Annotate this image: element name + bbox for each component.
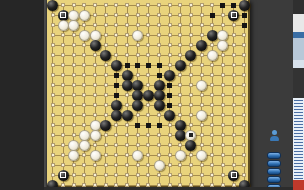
tool-button-1[interactable] xyxy=(267,152,281,159)
white-stone[interactable] xyxy=(79,140,90,151)
empty-point[interactable] xyxy=(82,123,86,127)
empty-point[interactable] xyxy=(189,113,193,117)
empty-point[interactable] xyxy=(51,103,55,107)
empty-point[interactable] xyxy=(178,3,182,7)
empty-point[interactable] xyxy=(82,53,86,57)
empty-point[interactable] xyxy=(210,143,214,147)
empty-point[interactable] xyxy=(51,63,55,67)
empty-point[interactable] xyxy=(93,23,97,27)
empty-point[interactable] xyxy=(168,23,172,27)
empty-point[interactable] xyxy=(189,13,193,17)
empty-point[interactable] xyxy=(189,73,193,77)
empty-point[interactable] xyxy=(72,53,76,57)
empty-point[interactable] xyxy=(232,143,236,147)
empty-point[interactable] xyxy=(178,103,182,107)
empty-point[interactable] xyxy=(146,173,150,177)
empty-point[interactable] xyxy=(242,173,246,177)
empty-point[interactable] xyxy=(210,3,214,7)
empty-point[interactable] xyxy=(93,93,97,97)
empty-point[interactable] xyxy=(200,123,204,127)
empty-point[interactable] xyxy=(51,93,55,97)
white-stone[interactable] xyxy=(196,110,207,121)
white-stone[interactable] xyxy=(79,130,90,141)
empty-point[interactable] xyxy=(157,173,161,177)
empty-point[interactable] xyxy=(210,163,214,167)
empty-point[interactable] xyxy=(221,53,225,57)
empty-point[interactable] xyxy=(72,123,76,127)
empty-point[interactable] xyxy=(72,33,76,37)
empty-point[interactable] xyxy=(178,53,182,57)
empty-point[interactable] xyxy=(114,53,118,57)
empty-point[interactable] xyxy=(210,123,214,127)
empty-point[interactable] xyxy=(221,13,225,17)
empty-point[interactable] xyxy=(82,173,86,177)
empty-point[interactable] xyxy=(232,163,236,167)
tool-button-2[interactable] xyxy=(267,160,281,167)
empty-point[interactable] xyxy=(157,43,161,47)
black-stone[interactable] xyxy=(175,60,186,71)
empty-point[interactable] xyxy=(104,83,108,87)
white-stone[interactable] xyxy=(79,30,90,41)
empty-point[interactable] xyxy=(104,173,108,177)
empty-point[interactable] xyxy=(210,133,214,137)
empty-point[interactable] xyxy=(136,173,140,177)
empty-point[interactable] xyxy=(61,103,65,107)
empty-point[interactable] xyxy=(242,163,246,167)
empty-point[interactable] xyxy=(51,33,55,37)
empty-point[interactable] xyxy=(61,153,65,157)
empty-point[interactable] xyxy=(242,83,246,87)
empty-point[interactable] xyxy=(157,153,161,157)
empty-point[interactable] xyxy=(146,23,150,27)
black-stone[interactable] xyxy=(154,90,165,101)
empty-point[interactable] xyxy=(146,53,150,57)
empty-point[interactable] xyxy=(93,13,97,17)
black-stone[interactable] xyxy=(47,0,58,11)
black-stone[interactable] xyxy=(132,100,143,111)
empty-point[interactable] xyxy=(232,63,236,67)
empty-point[interactable] xyxy=(146,13,150,17)
empty-point[interactable] xyxy=(93,53,97,57)
empty-point[interactable] xyxy=(136,43,140,47)
white-stone[interactable] xyxy=(90,150,101,161)
empty-point[interactable] xyxy=(114,123,118,127)
empty-point[interactable] xyxy=(242,93,246,97)
empty-point[interactable] xyxy=(232,83,236,87)
empty-point[interactable] xyxy=(210,113,214,117)
empty-point[interactable] xyxy=(51,53,55,57)
empty-point[interactable] xyxy=(242,63,246,67)
black-stone[interactable] xyxy=(196,40,207,51)
empty-point[interactable] xyxy=(104,73,108,77)
empty-point[interactable] xyxy=(242,123,246,127)
empty-point[interactable] xyxy=(232,23,236,27)
black-stone[interactable] xyxy=(228,170,239,181)
white-stone[interactable] xyxy=(217,40,228,51)
white-stone[interactable] xyxy=(175,150,186,161)
empty-point[interactable] xyxy=(72,93,76,97)
black-stone[interactable] xyxy=(111,110,122,121)
empty-point[interactable] xyxy=(114,13,118,17)
empty-point[interactable] xyxy=(242,53,246,57)
empty-point[interactable] xyxy=(157,33,161,37)
empty-point[interactable] xyxy=(200,73,204,77)
black-stone[interactable] xyxy=(111,100,122,111)
black-stone[interactable] xyxy=(228,10,239,21)
empty-point[interactable] xyxy=(232,123,236,127)
empty-point[interactable] xyxy=(232,103,236,107)
empty-point[interactable] xyxy=(221,163,225,167)
empty-point[interactable] xyxy=(93,73,97,77)
empty-point[interactable] xyxy=(232,113,236,117)
empty-point[interactable] xyxy=(221,73,225,77)
empty-point[interactable] xyxy=(93,63,97,67)
empty-point[interactable] xyxy=(104,143,108,147)
empty-point[interactable] xyxy=(200,173,204,177)
empty-point[interactable] xyxy=(210,23,214,27)
empty-point[interactable] xyxy=(232,133,236,137)
empty-point[interactable] xyxy=(51,13,55,17)
empty-point[interactable] xyxy=(189,43,193,47)
empty-point[interactable] xyxy=(125,163,129,167)
black-stone[interactable] xyxy=(207,30,218,41)
empty-point[interactable] xyxy=(136,163,140,167)
empty-point[interactable] xyxy=(242,113,246,117)
empty-point[interactable] xyxy=(189,153,193,157)
empty-point[interactable] xyxy=(114,43,118,47)
empty-point[interactable] xyxy=(104,3,108,7)
empty-point[interactable] xyxy=(136,13,140,17)
empty-point[interactable] xyxy=(82,43,86,47)
empty-point[interactable] xyxy=(221,83,225,87)
empty-point[interactable] xyxy=(104,133,108,137)
empty-point[interactable] xyxy=(157,23,161,27)
empty-point[interactable] xyxy=(168,43,172,47)
empty-point[interactable] xyxy=(221,143,225,147)
empty-point[interactable] xyxy=(51,113,55,117)
empty-point[interactable] xyxy=(61,113,65,117)
empty-point[interactable] xyxy=(189,83,193,87)
empty-point[interactable] xyxy=(125,153,129,157)
empty-point[interactable] xyxy=(61,53,65,57)
empty-point[interactable] xyxy=(189,103,193,107)
black-stone[interactable] xyxy=(185,140,196,151)
black-stone[interactable] xyxy=(132,90,143,101)
empty-point[interactable] xyxy=(82,3,86,7)
empty-point[interactable] xyxy=(146,163,150,167)
empty-point[interactable] xyxy=(200,103,204,107)
black-stone[interactable] xyxy=(132,80,143,91)
empty-point[interactable] xyxy=(114,153,118,157)
empty-point[interactable] xyxy=(136,3,140,7)
empty-point[interactable] xyxy=(51,123,55,127)
white-stone[interactable] xyxy=(154,160,165,171)
white-stone[interactable] xyxy=(68,10,79,21)
empty-point[interactable] xyxy=(136,133,140,137)
empty-point[interactable] xyxy=(82,153,86,157)
black-stone[interactable] xyxy=(239,0,250,11)
empty-point[interactable] xyxy=(136,73,140,77)
white-stone[interactable] xyxy=(90,130,101,141)
empty-point[interactable] xyxy=(93,163,97,167)
empty-point[interactable] xyxy=(104,163,108,167)
empty-point[interactable] xyxy=(157,3,161,7)
empty-point[interactable] xyxy=(221,23,225,27)
empty-point[interactable] xyxy=(210,83,214,87)
empty-point[interactable] xyxy=(146,153,150,157)
empty-point[interactable] xyxy=(61,163,65,167)
empty-point[interactable] xyxy=(178,173,182,177)
empty-point[interactable] xyxy=(125,43,129,47)
empty-point[interactable] xyxy=(157,143,161,147)
empty-point[interactable] xyxy=(168,133,172,137)
black-stone[interactable] xyxy=(58,170,69,181)
empty-point[interactable] xyxy=(72,43,76,47)
empty-point[interactable] xyxy=(51,73,55,77)
empty-point[interactable] xyxy=(125,173,129,177)
empty-point[interactable] xyxy=(82,103,86,107)
empty-point[interactable] xyxy=(114,133,118,137)
empty-point[interactable] xyxy=(51,143,55,147)
empty-point[interactable] xyxy=(200,3,204,7)
empty-point[interactable] xyxy=(189,23,193,27)
empty-point[interactable] xyxy=(178,83,182,87)
empty-point[interactable] xyxy=(125,93,129,97)
empty-point[interactable] xyxy=(232,33,236,37)
empty-point[interactable] xyxy=(210,153,214,157)
empty-point[interactable] xyxy=(178,43,182,47)
empty-point[interactable] xyxy=(136,23,140,27)
black-stone[interactable] xyxy=(175,130,186,141)
black-stone[interactable] xyxy=(154,80,165,91)
empty-point[interactable] xyxy=(210,93,214,97)
right-window-red-button[interactable] xyxy=(293,180,304,190)
empty-point[interactable] xyxy=(221,113,225,117)
empty-point[interactable] xyxy=(178,113,182,117)
empty-point[interactable] xyxy=(61,73,65,77)
empty-point[interactable] xyxy=(200,93,204,97)
empty-point[interactable] xyxy=(104,13,108,17)
empty-point[interactable] xyxy=(114,173,118,177)
empty-point[interactable] xyxy=(61,63,65,67)
empty-point[interactable] xyxy=(200,133,204,137)
empty-point[interactable] xyxy=(189,63,193,67)
empty-point[interactable] xyxy=(221,173,225,177)
empty-point[interactable] xyxy=(51,173,55,177)
empty-point[interactable] xyxy=(61,83,65,87)
empty-point[interactable] xyxy=(114,33,118,37)
empty-point[interactable] xyxy=(210,63,214,67)
white-stone[interactable] xyxy=(90,30,101,41)
empty-point[interactable] xyxy=(189,33,193,37)
empty-point[interactable] xyxy=(242,133,246,137)
empty-point[interactable] xyxy=(125,133,129,137)
empty-point[interactable] xyxy=(93,113,97,117)
empty-point[interactable] xyxy=(72,73,76,77)
empty-point[interactable] xyxy=(200,63,204,67)
empty-point[interactable] xyxy=(210,173,214,177)
black-stone[interactable] xyxy=(90,40,101,51)
empty-point[interactable] xyxy=(104,93,108,97)
empty-point[interactable] xyxy=(210,73,214,77)
go-board[interactable] xyxy=(47,0,250,187)
empty-point[interactable] xyxy=(178,163,182,167)
empty-point[interactable] xyxy=(242,43,246,47)
empty-point[interactable] xyxy=(221,123,225,127)
empty-point[interactable] xyxy=(146,113,150,117)
empty-point[interactable] xyxy=(61,143,65,147)
empty-point[interactable] xyxy=(125,53,129,57)
tool-button-4[interactable] xyxy=(267,176,281,183)
empty-point[interactable] xyxy=(168,173,172,177)
empty-point[interactable] xyxy=(125,13,129,17)
empty-point[interactable] xyxy=(82,73,86,77)
empty-point[interactable] xyxy=(200,13,204,17)
empty-point[interactable] xyxy=(157,13,161,17)
empty-point[interactable] xyxy=(178,23,182,27)
empty-point[interactable] xyxy=(82,113,86,117)
empty-point[interactable] xyxy=(189,163,193,167)
empty-point[interactable] xyxy=(242,153,246,157)
empty-point[interactable] xyxy=(189,123,193,127)
empty-point[interactable] xyxy=(72,163,76,167)
empty-point[interactable] xyxy=(200,143,204,147)
empty-point[interactable] xyxy=(61,33,65,37)
white-stone[interactable] xyxy=(185,130,196,141)
empty-point[interactable] xyxy=(51,43,55,47)
empty-point[interactable] xyxy=(168,53,172,57)
empty-point[interactable] xyxy=(146,33,150,37)
empty-point[interactable] xyxy=(104,153,108,157)
empty-point[interactable] xyxy=(178,13,182,17)
empty-point[interactable] xyxy=(210,43,214,47)
empty-point[interactable] xyxy=(232,73,236,77)
empty-point[interactable] xyxy=(136,53,140,57)
empty-point[interactable] xyxy=(168,143,172,147)
empty-point[interactable] xyxy=(61,123,65,127)
empty-point[interactable] xyxy=(157,113,161,117)
black-stone[interactable] xyxy=(58,10,69,21)
empty-point[interactable] xyxy=(93,173,97,177)
empty-point[interactable] xyxy=(210,103,214,107)
empty-point[interactable] xyxy=(104,103,108,107)
empty-point[interactable] xyxy=(125,143,129,147)
black-stone[interactable] xyxy=(122,110,133,121)
empty-point[interactable] xyxy=(168,123,172,127)
empty-point[interactable] xyxy=(146,103,150,107)
empty-point[interactable] xyxy=(125,33,129,37)
empty-point[interactable] xyxy=(93,83,97,87)
empty-point[interactable] xyxy=(82,93,86,97)
black-stone[interactable] xyxy=(100,50,111,61)
empty-point[interactable] xyxy=(200,33,204,37)
empty-point[interactable] xyxy=(136,113,140,117)
empty-point[interactable] xyxy=(72,63,76,67)
empty-point[interactable] xyxy=(242,103,246,107)
empty-point[interactable] xyxy=(114,143,118,147)
empty-point[interactable] xyxy=(146,143,150,147)
white-stone[interactable] xyxy=(68,20,79,31)
empty-point[interactable] xyxy=(104,43,108,47)
white-stone[interactable] xyxy=(132,150,143,161)
white-stone[interactable] xyxy=(79,10,90,21)
empty-point[interactable] xyxy=(125,103,129,107)
empty-point[interactable] xyxy=(146,43,150,47)
empty-point[interactable] xyxy=(104,63,108,67)
empty-point[interactable] xyxy=(221,133,225,137)
empty-point[interactable] xyxy=(82,63,86,67)
white-stone[interactable] xyxy=(207,50,218,61)
empty-point[interactable] xyxy=(221,63,225,67)
empty-point[interactable] xyxy=(200,23,204,27)
empty-point[interactable] xyxy=(232,153,236,157)
white-stone[interactable] xyxy=(58,20,69,31)
black-stone[interactable] xyxy=(154,100,165,111)
black-stone[interactable] xyxy=(164,110,175,121)
empty-point[interactable] xyxy=(157,133,161,137)
empty-point[interactable] xyxy=(200,53,204,57)
empty-point[interactable] xyxy=(221,103,225,107)
empty-point[interactable] xyxy=(72,83,76,87)
black-stone[interactable] xyxy=(100,120,111,131)
empty-point[interactable] xyxy=(178,93,182,97)
white-stone[interactable] xyxy=(90,120,101,131)
empty-point[interactable] xyxy=(125,123,129,127)
empty-point[interactable] xyxy=(61,3,65,7)
empty-point[interactable] xyxy=(114,163,118,167)
empty-point[interactable] xyxy=(168,13,172,17)
white-stone[interactable] xyxy=(196,80,207,91)
black-stone[interactable] xyxy=(122,80,133,91)
empty-point[interactable] xyxy=(125,23,129,27)
empty-point[interactable] xyxy=(51,163,55,167)
empty-point[interactable] xyxy=(72,103,76,107)
empty-point[interactable] xyxy=(125,3,129,7)
empty-point[interactable] xyxy=(168,63,172,67)
empty-point[interactable] xyxy=(51,23,55,27)
empty-point[interactable] xyxy=(242,33,246,37)
empty-point[interactable] xyxy=(232,93,236,97)
empty-point[interactable] xyxy=(189,93,193,97)
empty-point[interactable] xyxy=(51,83,55,87)
empty-point[interactable] xyxy=(242,73,246,77)
empty-point[interactable] xyxy=(82,83,86,87)
white-stone[interactable] xyxy=(68,140,79,151)
empty-point[interactable] xyxy=(221,93,225,97)
empty-point[interactable] xyxy=(72,133,76,137)
empty-point[interactable] xyxy=(178,143,182,147)
user-icon[interactable] xyxy=(269,130,279,141)
black-stone[interactable] xyxy=(111,60,122,71)
empty-point[interactable] xyxy=(146,83,150,87)
empty-point[interactable] xyxy=(104,23,108,27)
empty-point[interactable] xyxy=(178,33,182,37)
empty-point[interactable] xyxy=(168,3,172,7)
empty-point[interactable] xyxy=(104,33,108,37)
empty-point[interactable] xyxy=(93,3,97,7)
empty-point[interactable] xyxy=(51,153,55,157)
empty-point[interactable] xyxy=(114,23,118,27)
empty-point[interactable] xyxy=(189,3,193,7)
empty-point[interactable] xyxy=(104,113,108,117)
empty-point[interactable] xyxy=(200,163,204,167)
tool-button-3[interactable] xyxy=(267,168,281,175)
empty-point[interactable] xyxy=(157,53,161,57)
empty-point[interactable] xyxy=(232,53,236,57)
black-stone[interactable] xyxy=(122,70,133,81)
empty-point[interactable] xyxy=(82,23,86,27)
white-stone[interactable] xyxy=(196,150,207,161)
